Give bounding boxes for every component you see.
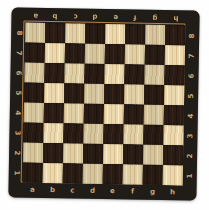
square-e1[interactable] xyxy=(103,164,123,184)
file-label-top-d: d xyxy=(93,13,98,20)
square-a5[interactable] xyxy=(24,83,44,103)
square-g6[interactable] xyxy=(144,65,164,85)
square-b8[interactable] xyxy=(45,23,65,43)
file-label-top-g: g xyxy=(153,14,158,21)
square-d4[interactable] xyxy=(84,104,104,124)
frame-edge-right: 1 xyxy=(183,165,197,185)
file-label-top-f: f xyxy=(134,14,137,21)
square-b4[interactable] xyxy=(44,103,64,123)
square-d2[interactable] xyxy=(83,144,103,164)
square-f7[interactable] xyxy=(125,44,145,64)
square-d6[interactable] xyxy=(84,64,104,84)
rank-label-right-3: 3 xyxy=(187,133,194,138)
file-label-top-c: c xyxy=(73,12,77,19)
rank-label-left-6: 6 xyxy=(14,70,21,75)
frame-edge-left: 8 xyxy=(11,22,25,42)
frame-edge-left: 2 xyxy=(9,142,23,162)
square-d5[interactable] xyxy=(84,84,104,104)
square-f2[interactable] xyxy=(123,144,143,164)
square-b7[interactable] xyxy=(45,43,65,63)
frame-corner xyxy=(185,10,199,25)
square-b1[interactable] xyxy=(43,163,63,183)
frame-edge-bottom: a xyxy=(22,183,42,198)
square-g4[interactable] xyxy=(144,105,164,125)
rank-label-left-1: 1 xyxy=(12,170,19,175)
frame-edge-bottom: g xyxy=(142,185,162,200)
frame-edge-right: 6 xyxy=(184,65,198,85)
frame-edge-right: 4 xyxy=(184,105,198,125)
file-label-top-a: a xyxy=(33,12,38,19)
rank-label-left-8: 8 xyxy=(15,30,22,35)
square-b5[interactable] xyxy=(44,83,64,103)
square-b6[interactable] xyxy=(44,63,64,83)
square-d3[interactable] xyxy=(83,124,103,144)
rank-label-right-2: 2 xyxy=(187,153,194,158)
square-d1[interactable] xyxy=(83,164,103,184)
board-photo: abcdefgh8877665544332211abcdefgh xyxy=(0,0,209,210)
square-h4[interactable] xyxy=(164,105,184,125)
file-label-bottom-b: b xyxy=(50,187,55,194)
square-a3[interactable] xyxy=(23,123,43,143)
square-h3[interactable] xyxy=(163,125,183,145)
frame-edge-right: 8 xyxy=(185,25,199,45)
rank-label-right-4: 4 xyxy=(187,113,194,118)
square-f5[interactable] xyxy=(124,84,144,104)
square-c6[interactable] xyxy=(64,63,84,83)
square-h1[interactable] xyxy=(163,165,183,185)
square-f6[interactable] xyxy=(124,64,144,84)
frame-edge-left: 3 xyxy=(9,122,23,142)
square-c4[interactable] xyxy=(64,103,84,123)
square-e8[interactable] xyxy=(105,24,125,44)
square-c8[interactable] xyxy=(65,23,85,43)
square-c2[interactable] xyxy=(63,143,83,163)
frame-edge-top: c xyxy=(65,8,85,23)
square-g2[interactable] xyxy=(143,145,163,165)
square-f1[interactable] xyxy=(123,164,143,184)
frame-edge-bottom: d xyxy=(82,184,102,199)
frame-edge-top: h xyxy=(165,10,185,25)
rank-label-right-7: 7 xyxy=(188,53,195,58)
frame-edge-left: 7 xyxy=(11,42,25,62)
square-c7[interactable] xyxy=(65,43,85,63)
rank-label-right-8: 8 xyxy=(189,33,196,38)
square-g1[interactable] xyxy=(143,165,163,185)
frame-edge-bottom: e xyxy=(102,184,122,199)
file-label-bottom-h: h xyxy=(170,189,175,196)
rank-label-right-6: 6 xyxy=(188,73,195,78)
frame-edge-top: a xyxy=(25,8,45,23)
frame-edge-bottom: b xyxy=(42,183,62,198)
square-e7[interactable] xyxy=(105,44,125,64)
square-h2[interactable] xyxy=(163,145,183,165)
file-label-top-e: e xyxy=(113,13,118,20)
square-b3[interactable] xyxy=(43,123,63,143)
square-a8[interactable] xyxy=(25,23,45,43)
frame-edge-left: 6 xyxy=(10,62,24,82)
square-e3[interactable] xyxy=(103,124,123,144)
frame-edge-left: 1 xyxy=(9,162,23,182)
square-g8[interactable] xyxy=(145,25,165,45)
file-label-bottom-e: e xyxy=(110,188,115,195)
file-label-top-h: h xyxy=(173,14,178,21)
square-c1[interactable] xyxy=(63,163,83,183)
square-c3[interactable] xyxy=(63,123,83,143)
square-e4[interactable] xyxy=(104,104,124,124)
square-b2[interactable] xyxy=(43,143,63,163)
square-h8[interactable] xyxy=(165,25,185,45)
file-label-bottom-c: c xyxy=(70,187,74,194)
rank-label-left-7: 7 xyxy=(14,50,21,55)
frame-edge-right: 3 xyxy=(183,125,197,145)
frame-edge-top: d xyxy=(85,9,105,24)
square-e2[interactable] xyxy=(103,144,123,164)
rank-label-right-1: 1 xyxy=(186,173,193,178)
frame-edge-top: f xyxy=(125,9,145,24)
frame-edge-right: 7 xyxy=(185,45,199,65)
frame-edge-right: 2 xyxy=(183,145,197,165)
square-d7[interactable] xyxy=(85,44,105,64)
square-h7[interactable] xyxy=(165,45,185,65)
square-d8[interactable] xyxy=(85,24,105,44)
square-a7[interactable] xyxy=(25,43,45,63)
square-a2[interactable] xyxy=(23,143,43,163)
square-h6[interactable] xyxy=(164,65,184,85)
frame-corner xyxy=(8,182,22,197)
square-g5[interactable] xyxy=(144,85,164,105)
square-a1[interactable] xyxy=(23,163,43,183)
file-label-bottom-d: d xyxy=(90,188,95,195)
square-f4[interactable] xyxy=(124,104,144,124)
square-c5[interactable] xyxy=(64,83,84,103)
file-label-top-b: b xyxy=(53,12,58,19)
square-f8[interactable] xyxy=(125,24,145,44)
square-f3[interactable] xyxy=(123,124,143,144)
rank-label-left-5: 5 xyxy=(14,90,21,95)
square-g3[interactable] xyxy=(143,125,163,145)
square-e5[interactable] xyxy=(104,84,124,104)
chess-board: abcdefgh8877665544332211abcdefgh xyxy=(8,7,199,200)
frame-edge-right: 5 xyxy=(184,85,198,105)
frame-edge-left: 4 xyxy=(10,102,24,122)
square-e6[interactable] xyxy=(104,64,124,84)
frame-edge-bottom: f xyxy=(122,184,142,199)
frame-edge-bottom: h xyxy=(162,185,182,200)
rank-label-left-2: 2 xyxy=(13,150,20,155)
frame-edge-bottom: c xyxy=(62,183,82,198)
square-h5[interactable] xyxy=(164,85,184,105)
rank-label-left-3: 3 xyxy=(13,130,20,135)
file-label-bottom-f: f xyxy=(131,188,134,195)
frame-edge-top: g xyxy=(145,10,165,25)
rank-label-right-5: 5 xyxy=(188,93,195,98)
square-a6[interactable] xyxy=(24,63,44,83)
frame-corner xyxy=(182,185,196,200)
file-label-bottom-a: a xyxy=(30,187,35,194)
frame-edge-top: e xyxy=(105,9,125,24)
square-g7[interactable] xyxy=(145,45,165,65)
frame-edge-top: b xyxy=(45,8,65,23)
file-label-bottom-g: g xyxy=(150,189,155,196)
frame-edge-left: 5 xyxy=(10,82,24,102)
square-a4[interactable] xyxy=(24,103,44,123)
rank-label-left-4: 4 xyxy=(13,110,20,115)
frame-corner xyxy=(11,7,25,22)
